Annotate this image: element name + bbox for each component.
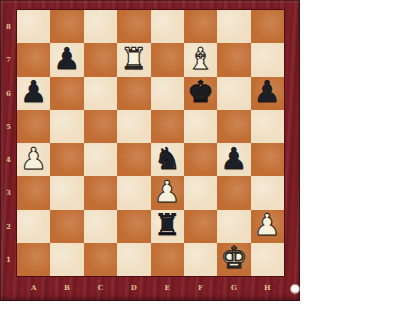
square-d1[interactable] (117, 243, 150, 276)
white-pawn-piece[interactable]: ♟ (154, 177, 181, 207)
square-e5[interactable] (151, 110, 184, 143)
file-label: A (17, 276, 50, 301)
rank-label: 8 (0, 10, 17, 43)
square-h3[interactable] (251, 176, 284, 209)
file-label: D (117, 276, 150, 301)
file-labels: ABCDEFGH (17, 276, 284, 301)
square-d4[interactable] (117, 143, 150, 176)
square-b5[interactable] (50, 110, 83, 143)
square-b6[interactable] (50, 77, 83, 110)
black-pawn-piece[interactable]: ♟ (54, 44, 81, 74)
board-frame: 87654321 ♟♜♝♟♚♟♟♞♟♟♜♟♚ ABCDEFGH (0, 0, 300, 301)
square-d8[interactable] (117, 10, 150, 43)
square-g5[interactable] (217, 110, 250, 143)
square-c2[interactable] (84, 210, 117, 243)
square-g2[interactable] (217, 210, 250, 243)
square-b2[interactable] (50, 210, 83, 243)
square-c7[interactable] (84, 43, 117, 76)
square-g1[interactable]: ♚ (217, 243, 250, 276)
square-b4[interactable] (50, 143, 83, 176)
square-g8[interactable] (217, 10, 250, 43)
square-f4[interactable] (184, 143, 217, 176)
square-e6[interactable] (151, 77, 184, 110)
square-h4[interactable] (251, 143, 284, 176)
rank-label: 2 (0, 210, 17, 243)
file-label: F (184, 276, 217, 301)
square-d3[interactable] (117, 176, 150, 209)
square-d6[interactable] (117, 77, 150, 110)
square-h1[interactable] (251, 243, 284, 276)
square-g7[interactable] (217, 43, 250, 76)
black-king-piece[interactable]: ♚ (187, 77, 214, 107)
rank-label: 5 (0, 110, 17, 143)
chess-board: ♟♜♝♟♚♟♟♞♟♟♜♟♚ (17, 10, 284, 276)
square-f8[interactable] (184, 10, 217, 43)
file-label: B (50, 276, 83, 301)
white-rook-piece[interactable]: ♜ (120, 44, 147, 74)
rank-label: 6 (0, 77, 17, 110)
black-rook-piece[interactable]: ♜ (154, 210, 181, 240)
square-a3[interactable] (17, 176, 50, 209)
square-f5[interactable] (184, 110, 217, 143)
square-e4[interactable]: ♞ (151, 143, 184, 176)
square-e7[interactable] (151, 43, 184, 76)
square-c5[interactable] (84, 110, 117, 143)
black-knight-piece[interactable]: ♞ (154, 144, 181, 174)
square-d5[interactable] (117, 110, 150, 143)
file-label: H (251, 276, 284, 301)
square-h6[interactable]: ♟ (251, 77, 284, 110)
black-pawn-piece[interactable]: ♟ (254, 77, 281, 107)
square-h8[interactable] (251, 10, 284, 43)
square-e1[interactable] (151, 243, 184, 276)
square-f2[interactable] (184, 210, 217, 243)
rank-label: 1 (0, 243, 17, 276)
square-c6[interactable] (84, 77, 117, 110)
square-a4[interactable]: ♟ (17, 143, 50, 176)
square-c8[interactable] (84, 10, 117, 43)
square-h7[interactable] (251, 43, 284, 76)
square-a2[interactable] (17, 210, 50, 243)
square-b3[interactable] (50, 176, 83, 209)
square-h5[interactable] (251, 110, 284, 143)
square-c3[interactable] (84, 176, 117, 209)
white-pawn-piece[interactable]: ♟ (254, 210, 281, 240)
square-g4[interactable]: ♟ (217, 143, 250, 176)
square-f1[interactable] (184, 243, 217, 276)
white-to-move-indicator (291, 285, 299, 293)
square-g6[interactable] (217, 77, 250, 110)
square-d2[interactable] (117, 210, 150, 243)
square-e3[interactable]: ♟ (151, 176, 184, 209)
rank-label: 7 (0, 43, 17, 76)
square-e8[interactable] (151, 10, 184, 43)
square-b8[interactable] (50, 10, 83, 43)
square-e2[interactable]: ♜ (151, 210, 184, 243)
file-label: C (84, 276, 117, 301)
square-f7[interactable]: ♝ (184, 43, 217, 76)
file-label: G (217, 276, 250, 301)
square-a5[interactable] (17, 110, 50, 143)
square-g3[interactable] (217, 176, 250, 209)
square-a8[interactable] (17, 10, 50, 43)
square-a1[interactable] (17, 243, 50, 276)
file-label: E (151, 276, 184, 301)
square-a6[interactable]: ♟ (17, 77, 50, 110)
white-king-piece[interactable]: ♚ (220, 243, 247, 273)
black-pawn-piece[interactable]: ♟ (20, 77, 47, 107)
rank-label: 4 (0, 143, 17, 176)
square-f3[interactable] (184, 176, 217, 209)
square-c4[interactable] (84, 143, 117, 176)
square-d7[interactable]: ♜ (117, 43, 150, 76)
square-c1[interactable] (84, 243, 117, 276)
square-b1[interactable] (50, 243, 83, 276)
square-a7[interactable] (17, 43, 50, 76)
square-b7[interactable]: ♟ (50, 43, 83, 76)
square-f6[interactable]: ♚ (184, 77, 217, 110)
white-bishop-piece[interactable]: ♝ (187, 44, 214, 74)
square-h2[interactable]: ♟ (251, 210, 284, 243)
black-pawn-piece[interactable]: ♟ (220, 144, 247, 174)
rank-labels: 87654321 (0, 10, 17, 276)
white-pawn-piece[interactable]: ♟ (20, 144, 47, 174)
rank-label: 3 (0, 176, 17, 209)
